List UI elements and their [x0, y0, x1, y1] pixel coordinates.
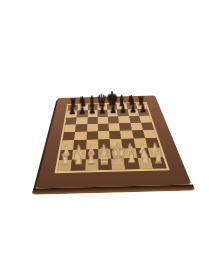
piece-black-pawn: ♟: [68, 105, 75, 115]
piece-white-rook: ♜: [153, 150, 164, 165]
square-b4: [74, 132, 86, 141]
square-h6: [139, 115, 152, 122]
piece-black-pawn: ♟: [129, 103, 136, 113]
square-a1: ♜: [57, 160, 72, 172]
square-h1: ♜: [150, 157, 167, 168]
square-d1: ♛: [98, 159, 112, 170]
piece-white-king: ♚: [110, 142, 127, 166]
piece-white-rook: ♜: [59, 152, 70, 167]
piece-white-knight: ♞: [139, 148, 151, 166]
square-f4: [120, 130, 133, 139]
chess-board: ♜♞♝♛♚♝♞♜♟♟♟♟♟♟♟♟♟♟♟♟♟♟♟♟♜♞♝♛♚♝♞♜: [35, 95, 192, 188]
product-photo: ♜♞♝♛♚♝♞♜♟♟♟♟♟♟♟♟♟♟♟♟♟♟♟♟♜♞♝♛♚♝♞♜: [0, 0, 209, 272]
square-b1: ♞: [71, 159, 85, 171]
piece-black-pawn: ♟: [140, 103, 147, 113]
piece-white-queen: ♛: [97, 145, 113, 167]
square-c4: [86, 131, 98, 140]
square-a4: [63, 132, 76, 141]
square-h5: [141, 122, 154, 130]
piece-black-pawn: ♟: [99, 104, 106, 114]
piece-black-pawn: ♟: [89, 104, 96, 114]
square-h4: [143, 130, 157, 139]
board-grid: ♜♞♝♛♚♝♞♜♟♟♟♟♟♟♟♟♟♟♟♟♟♟♟♟♜♞♝♛♚♝♞♜: [57, 103, 166, 171]
piece-white-knight: ♞: [72, 150, 84, 168]
board-inlay-border: ♜♞♝♛♚♝♞♜♟♟♟♟♟♟♟♟♟♟♟♟♟♟♟♟♜♞♝♛♚♝♞♜: [54, 102, 169, 173]
piece-black-pawn: ♟: [119, 104, 126, 114]
square-d5: [98, 123, 109, 131]
square-d4: [98, 131, 110, 140]
square-g1: ♞: [137, 157, 153, 168]
square-a6: [65, 117, 77, 124]
piece-black-pawn: ♟: [109, 104, 116, 114]
piece-black-pawn: ♟: [78, 105, 85, 115]
square-e1: ♚: [111, 158, 126, 169]
